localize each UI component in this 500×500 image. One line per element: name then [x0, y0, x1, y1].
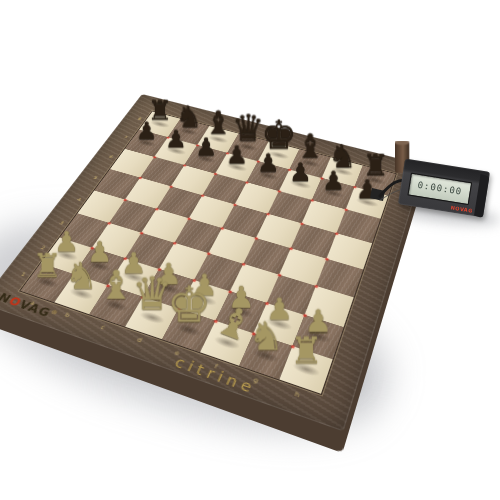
led-dot: [138, 176, 142, 178]
clock-brand-label: NOVAG: [450, 204, 473, 213]
piece-black-pawn: ♟: [195, 134, 217, 159]
piece-black-pawn: ♟: [289, 159, 312, 184]
scene: ♜♞♝♛♚♝♞♜♟♟♟♟♟♟♟♟♟♟♟♟♟♟♟♟♜♞♝♛♚♝♞♜ NOVAG® …: [0, 0, 500, 500]
led-dot: [241, 262, 245, 265]
piece-black-pawn: ♟: [356, 176, 379, 202]
piece-white-rook: ♜: [33, 249, 63, 282]
product-photo: ♜♞♝♛♚♝♞♜♟♟♟♟♟♟♟♟♟♟♟♟♟♟♟♟♜♞♝♛♚♝♞♜ NOVAG® …: [0, 0, 500, 500]
piece-black-pawn: ♟: [322, 167, 345, 193]
piece-black-pawn: ♟: [226, 142, 248, 167]
clock-display: 0:00:00: [417, 180, 463, 197]
piece-white-knight: ♞: [65, 257, 98, 294]
piece-white-bishop: ♝: [99, 266, 134, 306]
piece-black-pawn: ♟: [165, 127, 187, 151]
piece-white-knight: ♞: [248, 316, 283, 356]
piece-black-pawn: ♟: [257, 151, 280, 176]
registered-mark: ®: [50, 308, 61, 316]
piece-white-king: ♚: [167, 280, 212, 330]
square-e1: ♚: [162, 309, 215, 353]
piece-white-rook: ♜: [290, 333, 323, 370]
clock-lcd: 0:00:00: [407, 173, 472, 205]
brand-letter: A: [25, 301, 43, 316]
